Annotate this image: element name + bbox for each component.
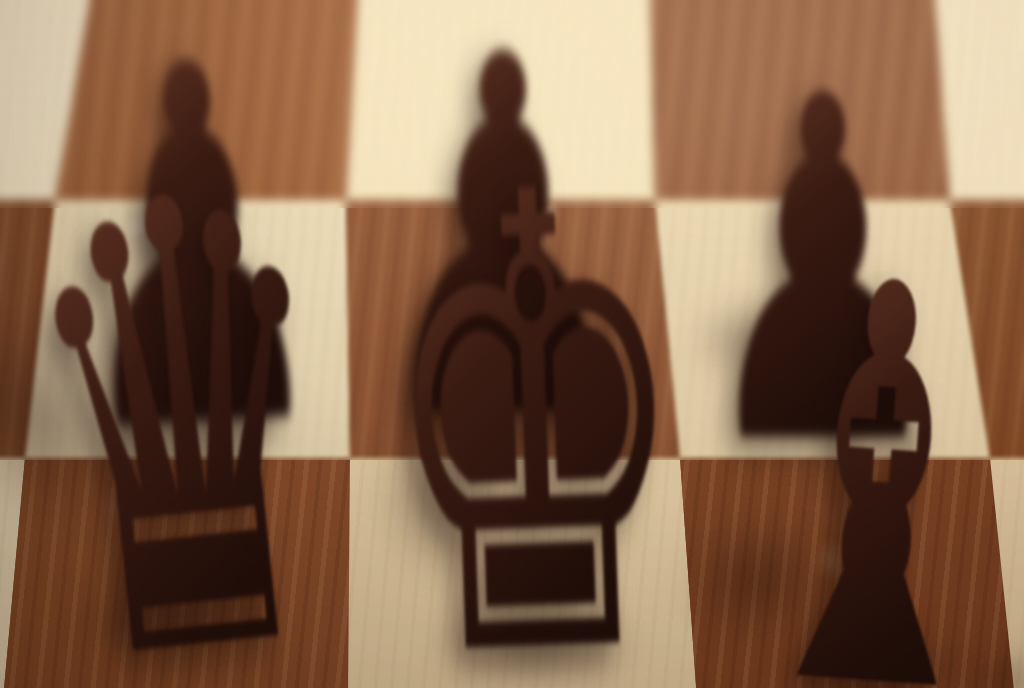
photo-chess-scene: ♛♚♝♟♟♟ xyxy=(0,0,1024,688)
piece-black-king-e8[interactable]: ♚ xyxy=(371,109,699,688)
piece-black-bishop-f8[interactable]: ♝ xyxy=(727,206,1024,688)
piece-black-queen-d8[interactable]: ♛ xyxy=(0,107,372,688)
